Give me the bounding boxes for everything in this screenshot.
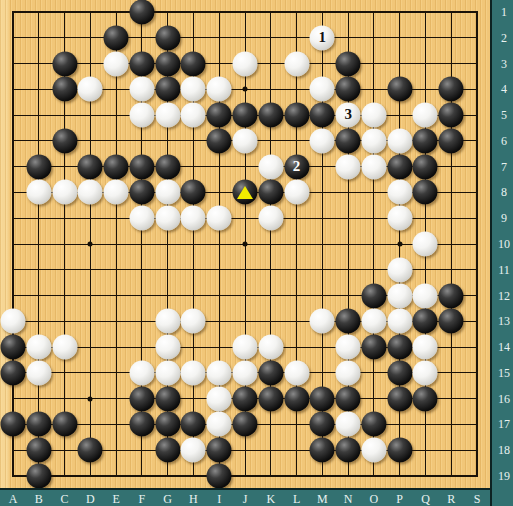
black-stone-M18[interactable] [310, 438, 335, 463]
column-label-C: C [61, 492, 69, 506]
black-stone-F16[interactable] [129, 386, 154, 411]
column-label-S: S [474, 492, 481, 506]
white-stone-F5[interactable] [129, 103, 154, 128]
row-label-1: 1 [501, 5, 507, 20]
black-stone-E7[interactable] [104, 154, 129, 179]
star-point [397, 242, 402, 247]
black-stone-R5[interactable] [439, 103, 464, 128]
black-stone-I19[interactable] [207, 464, 232, 489]
black-stone-K15[interactable] [258, 360, 283, 385]
black-stone-A14[interactable] [1, 335, 26, 360]
black-stone-G17[interactable] [155, 412, 180, 437]
black-stone-G4[interactable] [155, 77, 180, 102]
row-label-10: 10 [498, 237, 510, 252]
white-stone-D4[interactable] [78, 77, 103, 102]
white-stone-N7[interactable] [336, 154, 361, 179]
white-stone-O13[interactable] [361, 309, 386, 334]
column-label-A: A [9, 492, 18, 506]
black-stone-O17[interactable] [361, 412, 386, 437]
black-stone-K8[interactable] [258, 180, 283, 205]
column-label-R: R [447, 492, 455, 506]
black-stone-N3[interactable] [336, 51, 361, 76]
black-stone-Q8[interactable] [413, 180, 438, 205]
column-label-B: B [35, 492, 43, 506]
white-stone-M6[interactable] [310, 128, 335, 153]
row-label-11: 11 [498, 262, 510, 277]
row-label-4: 4 [501, 82, 507, 97]
white-stone-N17[interactable] [336, 412, 361, 437]
white-stone-H15[interactable] [181, 360, 206, 385]
row-label-16: 16 [498, 391, 510, 406]
black-stone-F17[interactable] [129, 412, 154, 437]
black-stone-G7[interactable] [155, 154, 180, 179]
black-stone-F7[interactable] [129, 154, 154, 179]
black-stone-B7[interactable] [26, 154, 51, 179]
move-number-3: 3 [344, 107, 352, 122]
white-stone-G8[interactable] [155, 180, 180, 205]
grid-line-vertical [476, 11, 478, 477]
white-stone-B8[interactable] [26, 180, 51, 205]
white-stone-J3[interactable] [233, 51, 258, 76]
white-stone-J14[interactable] [233, 335, 258, 360]
column-label-G: G [163, 492, 172, 506]
column-label-I: I [217, 492, 221, 506]
white-stone-H4[interactable] [181, 77, 206, 102]
white-stone-L15[interactable] [284, 360, 309, 385]
white-stone-K14[interactable] [258, 335, 283, 360]
white-stone-I15[interactable] [207, 360, 232, 385]
white-stone-M13[interactable] [310, 309, 335, 334]
white-stone-G14[interactable] [155, 335, 180, 360]
white-stone-E8[interactable] [104, 180, 129, 205]
white-stone-K9[interactable] [258, 206, 283, 231]
white-stone-L8[interactable] [284, 180, 309, 205]
triangle-marker-icon [237, 186, 253, 199]
white-stone-H9[interactable] [181, 206, 206, 231]
white-stone-O18[interactable] [361, 438, 386, 463]
black-stone-H17[interactable] [181, 412, 206, 437]
star-point [88, 242, 93, 247]
white-stone-P6[interactable] [387, 128, 412, 153]
white-stone-P9[interactable] [387, 206, 412, 231]
black-stone-H3[interactable] [181, 51, 206, 76]
move-number-2: 2 [293, 159, 301, 174]
black-stone-G18[interactable] [155, 438, 180, 463]
white-stone-Q10[interactable] [413, 232, 438, 257]
black-stone-G2[interactable] [155, 25, 180, 50]
black-stone-B18[interactable] [26, 438, 51, 463]
white-stone-N15[interactable] [336, 360, 361, 385]
black-stone-M16[interactable] [310, 386, 335, 411]
black-stone-I18[interactable] [207, 438, 232, 463]
black-stone-E2[interactable] [104, 25, 129, 50]
black-stone-I6[interactable] [207, 128, 232, 153]
black-stone-O12[interactable] [361, 283, 386, 308]
black-stone-C17[interactable] [52, 412, 77, 437]
black-stone-P14[interactable] [387, 335, 412, 360]
white-stone-B14[interactable] [26, 335, 51, 360]
black-stone-B19[interactable] [26, 464, 51, 489]
white-stone-H18[interactable] [181, 438, 206, 463]
row-label-8: 8 [501, 185, 507, 200]
grid-line-vertical [373, 11, 374, 477]
row-label-13: 13 [498, 314, 510, 329]
white-stone-O6[interactable] [361, 128, 386, 153]
black-stone-J5[interactable] [233, 103, 258, 128]
white-stone-B15[interactable] [26, 360, 51, 385]
column-label-O: O [370, 492, 379, 506]
white-stone-G5[interactable] [155, 103, 180, 128]
white-stone-P8[interactable] [387, 180, 412, 205]
black-stone-K5[interactable] [258, 103, 283, 128]
black-stone-M5[interactable] [310, 103, 335, 128]
go-board-screenshot: 123 ABCDEFGHIJKLMNOPQRS 1234567891011121… [0, 0, 513, 506]
white-stone-C14[interactable] [52, 335, 77, 360]
black-stone-I5[interactable] [207, 103, 232, 128]
row-label-3: 3 [501, 56, 507, 71]
black-stone-Q7[interactable] [413, 154, 438, 179]
white-stone-Q14[interactable] [413, 335, 438, 360]
column-label-Q: Q [421, 492, 430, 506]
black-stone-R13[interactable] [439, 309, 464, 334]
white-stone-F15[interactable] [129, 360, 154, 385]
white-stone-O5[interactable] [361, 103, 386, 128]
white-stone-N14[interactable] [336, 335, 361, 360]
black-stone-A17[interactable] [1, 412, 26, 437]
black-stone-O14[interactable] [361, 335, 386, 360]
row-label-15: 15 [498, 365, 510, 380]
column-label-E: E [112, 492, 119, 506]
white-stone-J6[interactable] [233, 128, 258, 153]
black-stone-F3[interactable] [129, 51, 154, 76]
column-label-J: J [243, 492, 248, 506]
white-stone-L3[interactable] [284, 51, 309, 76]
row-label-17: 17 [498, 417, 510, 432]
row-label-9: 9 [501, 211, 507, 226]
row-label-14: 14 [498, 340, 510, 355]
column-label-M: M [317, 492, 328, 506]
row-label-19: 19 [498, 469, 510, 484]
white-stone-F9[interactable] [129, 206, 154, 231]
column-label-bar: ABCDEFGHIJKLMNOPQRS [0, 488, 513, 506]
row-label-18: 18 [498, 443, 510, 458]
row-label-7: 7 [501, 159, 507, 174]
white-stone-G13[interactable] [155, 309, 180, 334]
star-point [243, 242, 248, 247]
row-label-2: 2 [501, 30, 507, 45]
white-stone-G15[interactable] [155, 360, 180, 385]
black-stone-R12[interactable] [439, 283, 464, 308]
white-stone-D8[interactable] [78, 180, 103, 205]
black-stone-A15[interactable] [1, 360, 26, 385]
black-stone-B17[interactable] [26, 412, 51, 437]
white-stone-K7[interactable] [258, 154, 283, 179]
white-stone-P11[interactable] [387, 257, 412, 282]
black-stone-N13[interactable] [336, 309, 361, 334]
column-label-K: K [266, 492, 275, 506]
black-stone-G16[interactable] [155, 386, 180, 411]
white-stone-A13[interactable] [1, 309, 26, 334]
white-stone-I4[interactable] [207, 77, 232, 102]
black-stone-P4[interactable] [387, 77, 412, 102]
black-stone-P7[interactable] [387, 154, 412, 179]
black-stone-N18[interactable] [336, 438, 361, 463]
go-board[interactable]: 123 [0, 0, 490, 488]
column-label-F: F [139, 492, 146, 506]
row-label-12: 12 [498, 288, 510, 303]
black-stone-H8[interactable] [181, 180, 206, 205]
white-stone-I17[interactable] [207, 412, 232, 437]
black-stone-Q13[interactable] [413, 309, 438, 334]
black-stone-L16[interactable] [284, 386, 309, 411]
white-stone-G9[interactable] [155, 206, 180, 231]
column-label-D: D [86, 492, 95, 506]
column-label-L: L [293, 492, 300, 506]
black-stone-P18[interactable] [387, 438, 412, 463]
row-label-6: 6 [501, 133, 507, 148]
white-stone-H5[interactable] [181, 103, 206, 128]
black-stone-P15[interactable] [387, 360, 412, 385]
white-stone-P12[interactable] [387, 283, 412, 308]
black-stone-K16[interactable] [258, 386, 283, 411]
black-stone-R6[interactable] [439, 128, 464, 153]
white-stone-J15[interactable] [233, 360, 258, 385]
black-stone-D18[interactable] [78, 438, 103, 463]
column-label-H: H [189, 492, 198, 506]
black-stone-F8[interactable] [129, 180, 154, 205]
white-stone-Q12[interactable] [413, 283, 438, 308]
star-point [243, 87, 248, 92]
black-stone-F1[interactable] [129, 0, 154, 25]
black-stone-G3[interactable] [155, 51, 180, 76]
white-stone-Q5[interactable] [413, 103, 438, 128]
black-stone-J17[interactable] [233, 412, 258, 437]
black-stone-J16[interactable] [233, 386, 258, 411]
move-number-1: 1 [319, 30, 327, 45]
black-stone-C3[interactable] [52, 51, 77, 76]
white-stone-F4[interactable] [129, 77, 154, 102]
white-stone-C8[interactable] [52, 180, 77, 205]
row-label-bar: 12345678910111213141516171819 [490, 0, 513, 506]
black-stone-M17[interactable] [310, 412, 335, 437]
black-stone-C6[interactable] [52, 128, 77, 153]
column-label-P: P [396, 492, 403, 506]
white-stone-M4[interactable] [310, 77, 335, 102]
white-stone-I9[interactable] [207, 206, 232, 231]
star-point [88, 396, 93, 401]
black-stone-P16[interactable] [387, 386, 412, 411]
black-stone-C4[interactable] [52, 77, 77, 102]
black-stone-R4[interactable] [439, 77, 464, 102]
white-stone-H13[interactable] [181, 309, 206, 334]
column-label-N: N [344, 492, 353, 506]
white-stone-Q15[interactable] [413, 360, 438, 385]
black-stone-N16[interactable] [336, 386, 361, 411]
grid-line-horizontal [12, 475, 478, 477]
black-stone-L5[interactable] [284, 103, 309, 128]
white-stone-E3[interactable] [104, 51, 129, 76]
black-stone-Q6[interactable] [413, 128, 438, 153]
black-stone-D7[interactable] [78, 154, 103, 179]
black-stone-N6[interactable] [336, 128, 361, 153]
row-label-5: 5 [501, 108, 507, 123]
white-stone-I16[interactable] [207, 386, 232, 411]
black-stone-N4[interactable] [336, 77, 361, 102]
black-stone-Q16[interactable] [413, 386, 438, 411]
white-stone-P13[interactable] [387, 309, 412, 334]
white-stone-O7[interactable] [361, 154, 386, 179]
